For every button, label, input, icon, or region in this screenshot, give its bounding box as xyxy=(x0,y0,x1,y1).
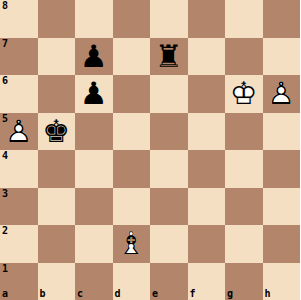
piece-white-pawn[interactable]: ♟♙ xyxy=(263,75,301,113)
square-h8[interactable] xyxy=(263,0,301,38)
square-e8[interactable] xyxy=(150,0,188,38)
square-f3[interactable] xyxy=(188,188,226,226)
square-c4[interactable] xyxy=(75,150,113,188)
square-a6[interactable]: 6 xyxy=(0,75,38,113)
square-g7[interactable] xyxy=(225,38,263,76)
piece-black-pawn[interactable]: ♟ xyxy=(75,38,113,76)
file-label-c: c xyxy=(77,289,83,299)
chess-board: 87♟♜6♟♚♔♟♙5♟♙♚432♝♗1abcdefgh xyxy=(0,0,300,300)
square-b7[interactable] xyxy=(38,38,76,76)
square-c1[interactable]: c xyxy=(75,263,113,300)
square-e5[interactable] xyxy=(150,113,188,151)
square-d6[interactable] xyxy=(113,75,151,113)
square-g5[interactable] xyxy=(225,113,263,151)
file-label-h: h xyxy=(265,289,271,299)
square-c8[interactable] xyxy=(75,0,113,38)
square-g4[interactable] xyxy=(225,150,263,188)
square-e7[interactable]: ♜ xyxy=(150,38,188,76)
file-label-b: b xyxy=(40,289,46,299)
file-label-f: f xyxy=(190,289,196,299)
square-a1[interactable]: 1a xyxy=(0,263,38,300)
square-e4[interactable] xyxy=(150,150,188,188)
piece-white-king[interactable]: ♚♔ xyxy=(225,75,263,113)
rank-label-7: 7 xyxy=(2,39,8,49)
square-d8[interactable] xyxy=(113,0,151,38)
rank-label-2: 2 xyxy=(2,226,8,236)
square-f2[interactable] xyxy=(188,225,226,263)
square-b6[interactable] xyxy=(38,75,76,113)
square-d1[interactable]: d xyxy=(113,263,151,300)
square-e3[interactable] xyxy=(150,188,188,226)
square-f7[interactable] xyxy=(188,38,226,76)
file-label-g: g xyxy=(227,289,233,299)
square-g1[interactable]: g xyxy=(225,263,263,300)
rank-label-3: 3 xyxy=(2,189,8,199)
rank-label-6: 6 xyxy=(2,76,8,86)
rank-label-8: 8 xyxy=(2,1,8,11)
square-h6[interactable]: ♟♙ xyxy=(263,75,301,113)
rank-label-5: 5 xyxy=(2,114,8,124)
square-e6[interactable] xyxy=(150,75,188,113)
square-c3[interactable] xyxy=(75,188,113,226)
piece-black-king[interactable]: ♚ xyxy=(38,113,76,151)
square-a4[interactable]: 4 xyxy=(0,150,38,188)
square-g2[interactable] xyxy=(225,225,263,263)
square-h2[interactable] xyxy=(263,225,301,263)
square-d5[interactable] xyxy=(113,113,151,151)
square-b2[interactable] xyxy=(38,225,76,263)
square-f4[interactable] xyxy=(188,150,226,188)
piece-white-bishop[interactable]: ♝♗ xyxy=(113,225,151,263)
square-e1[interactable]: e xyxy=(150,263,188,300)
square-c5[interactable] xyxy=(75,113,113,151)
square-f8[interactable] xyxy=(188,0,226,38)
square-h7[interactable] xyxy=(263,38,301,76)
square-a3[interactable]: 3 xyxy=(0,188,38,226)
square-a5[interactable]: 5♟♙ xyxy=(0,113,38,151)
rank-label-1: 1 xyxy=(2,264,8,274)
square-c2[interactable] xyxy=(75,225,113,263)
file-label-d: d xyxy=(115,289,121,299)
square-h4[interactable] xyxy=(263,150,301,188)
piece-black-pawn[interactable]: ♟ xyxy=(75,75,113,113)
square-h3[interactable] xyxy=(263,188,301,226)
square-d7[interactable] xyxy=(113,38,151,76)
square-h5[interactable] xyxy=(263,113,301,151)
square-f1[interactable]: f xyxy=(188,263,226,300)
square-f5[interactable] xyxy=(188,113,226,151)
square-g3[interactable] xyxy=(225,188,263,226)
square-d3[interactable] xyxy=(113,188,151,226)
square-d4[interactable] xyxy=(113,150,151,188)
square-d2[interactable]: ♝♗ xyxy=(113,225,151,263)
square-a8[interactable]: 8 xyxy=(0,0,38,38)
square-e2[interactable] xyxy=(150,225,188,263)
piece-black-rook[interactable]: ♜ xyxy=(150,38,188,76)
square-b3[interactable] xyxy=(38,188,76,226)
square-g8[interactable] xyxy=(225,0,263,38)
square-b8[interactable] xyxy=(38,0,76,38)
square-c7[interactable]: ♟ xyxy=(75,38,113,76)
square-f6[interactable] xyxy=(188,75,226,113)
square-g6[interactable]: ♚♔ xyxy=(225,75,263,113)
rank-label-4: 4 xyxy=(2,151,8,161)
square-a7[interactable]: 7 xyxy=(0,38,38,76)
square-h1[interactable]: h xyxy=(263,263,301,300)
file-label-e: e xyxy=(152,289,158,299)
square-b4[interactable] xyxy=(38,150,76,188)
square-a2[interactable]: 2 xyxy=(0,225,38,263)
square-c6[interactable]: ♟ xyxy=(75,75,113,113)
square-b5[interactable]: ♚ xyxy=(38,113,76,151)
file-label-a: a xyxy=(2,289,8,299)
square-b1[interactable]: b xyxy=(38,263,76,300)
